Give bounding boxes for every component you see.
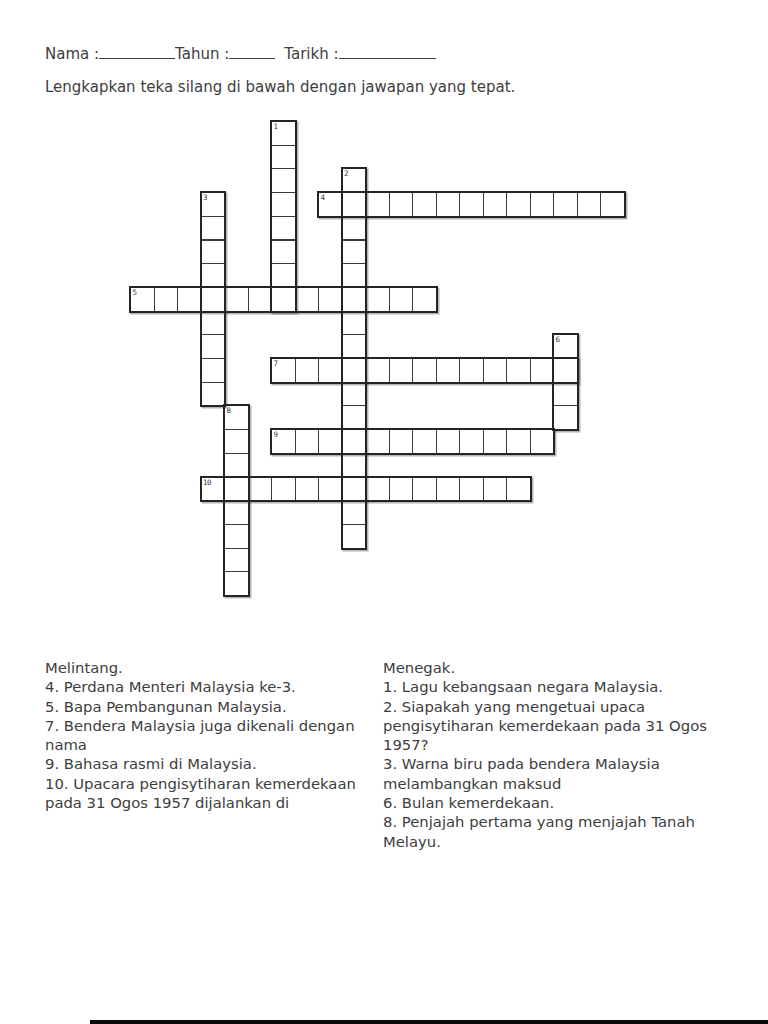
grid-cell[interactable] [342, 311, 367, 336]
clue-across-10: 10. Upacara pengisytiharan kemerdekaan p… [45, 774, 397, 813]
grid-cell[interactable] [271, 287, 296, 312]
grid-cell[interactable] [389, 192, 414, 217]
grid-cell[interactable] [530, 192, 555, 217]
grid-cell[interactable] [342, 477, 367, 502]
clue-number-label: 6 [556, 336, 560, 344]
grid-cell[interactable] [459, 192, 484, 217]
grid-cell[interactable] [271, 168, 296, 193]
grid-cell[interactable] [342, 405, 367, 430]
grid-cell[interactable] [342, 263, 367, 288]
grid-cell[interactable] [248, 477, 273, 502]
grid-cell[interactable] [154, 287, 179, 312]
grid-cell[interactable] [459, 429, 484, 454]
grid-cell[interactable] [342, 334, 367, 359]
grid-cell[interactable] [295, 358, 320, 383]
grid-cell[interactable] [436, 358, 461, 383]
clue-down-8: 8. Penjajah pertama yang menjajah Tanah … [383, 812, 731, 851]
grid-cell[interactable] [271, 263, 296, 288]
grid-cell[interactable] [177, 287, 202, 312]
grid-cell[interactable] [342, 524, 367, 549]
grid-cell[interactable] [553, 358, 578, 383]
grid-cell[interactable] [295, 287, 320, 312]
grid-cell[interactable] [224, 548, 249, 573]
grid-cell[interactable] [224, 429, 249, 454]
grid-cell[interactable] [342, 287, 367, 312]
grid-cell[interactable] [600, 192, 625, 217]
grid-cell[interactable] [436, 429, 461, 454]
grid-cell[interactable] [248, 287, 273, 312]
grid-cell[interactable] [506, 358, 531, 383]
clue-number-label: 5 [133, 289, 137, 297]
clue-number-label: 9 [274, 431, 278, 439]
grid-cell[interactable] [271, 477, 296, 502]
grid-cell[interactable] [553, 192, 578, 217]
clue-down-6: 6. Bulan kemerdekaan. [383, 793, 731, 812]
grid-cell[interactable] [201, 382, 226, 407]
page-bottom-artifact [90, 1020, 768, 1024]
grid-cell[interactable] [201, 287, 226, 312]
grid-cell[interactable] [412, 192, 437, 217]
grid-cell[interactable] [530, 429, 555, 454]
clue-number-label: 4 [321, 194, 325, 202]
grid-cell[interactable] [224, 524, 249, 549]
clue-down-3: 3. Warna biru pada bendera Malaysia mela… [383, 754, 731, 793]
down-clues: Menegak. 1. Lagu kebangsaan negara Malay… [383, 658, 731, 851]
grid-cell[interactable] [318, 477, 343, 502]
grid-cell[interactable] [224, 571, 249, 596]
grid-cell[interactable] [365, 477, 390, 502]
grid-cell[interactable] [365, 358, 390, 383]
clue-number-label: 10 [203, 479, 211, 487]
grid-cell[interactable] [224, 287, 249, 312]
grid-cell[interactable] [224, 477, 249, 502]
grid-cell[interactable] [483, 477, 508, 502]
down-heading: Menegak. [383, 658, 731, 677]
clue-across-4: 4. Perdana Menteri Malaysia ke-3. [45, 677, 397, 696]
grid-cell[interactable] [318, 287, 343, 312]
grid-cell[interactable] [436, 192, 461, 217]
grid-cell[interactable] [295, 429, 320, 454]
grid-cell[interactable] [412, 477, 437, 502]
grid-cell[interactable] [483, 429, 508, 454]
grid-cell[interactable] [412, 287, 437, 312]
grid-cell[interactable] [553, 405, 578, 430]
grid-cell[interactable] [201, 334, 226, 359]
worksheet-page: Nama :Tahun :Tarikh : Lengkapkan teka si… [0, 0, 768, 1024]
grid-cell[interactable] [342, 358, 367, 383]
grid-cell[interactable] [530, 358, 555, 383]
grid-cell[interactable] [412, 429, 437, 454]
grid-cell[interactable] [365, 192, 390, 217]
grid-cell[interactable] [577, 192, 602, 217]
clue-number-label: 2 [344, 170, 348, 178]
crossword-grid: 12345678910 [130, 121, 626, 597]
grid-cell[interactable] [271, 145, 296, 170]
clue-number-label: 8 [227, 407, 231, 415]
grid-cell[interactable] [271, 192, 296, 217]
grid-cell[interactable] [365, 429, 390, 454]
grid-cell[interactable] [365, 287, 390, 312]
clue-number-label: 7 [274, 360, 278, 368]
grid-cell[interactable] [459, 477, 484, 502]
grid-cell[interactable] [342, 192, 367, 217]
clue-down-1: 1. Lagu kebangsaan negara Malaysia. [383, 677, 731, 696]
grid-cell[interactable] [436, 477, 461, 502]
grid-cell[interactable] [201, 311, 226, 336]
grid-cell[interactable] [459, 358, 484, 383]
grid-cell[interactable] [224, 500, 249, 525]
grid-cell[interactable] [553, 382, 578, 407]
clue-across-5: 5. Bapa Pembangunan Malaysia. [45, 697, 397, 716]
grid-cell[interactable] [342, 500, 367, 525]
grid-cell[interactable] [412, 358, 437, 383]
clue-down-2: 2. Siapakah yang mengetuai upaca pengisy… [383, 697, 731, 755]
name-label: Nama : [45, 45, 99, 63]
grid-cell[interactable] [201, 358, 226, 383]
grid-cell[interactable] [389, 287, 414, 312]
clue-number-label: 1 [274, 123, 278, 131]
grid-cell[interactable] [483, 192, 508, 217]
year-label: Tahun : [175, 45, 229, 63]
grid-cell[interactable] [342, 453, 367, 478]
grid-cell[interactable] [506, 429, 531, 454]
grid-cell[interactable] [483, 358, 508, 383]
grid-cell[interactable] [318, 358, 343, 383]
name-blank-line [99, 45, 175, 59]
grid-cell[interactable] [201, 263, 226, 288]
grid-cell[interactable] [295, 477, 320, 502]
grid-cell[interactable] [201, 216, 226, 241]
grid-cell[interactable] [224, 453, 249, 478]
grid-cell[interactable] [201, 240, 226, 265]
grid-cell[interactable] [342, 240, 367, 265]
grid-cell[interactable] [506, 192, 531, 217]
grid-cell[interactable] [389, 429, 414, 454]
clue-across-7: 7. Bendera Malaysia juga dikenali dengan… [45, 716, 397, 755]
grid-cell[interactable] [342, 382, 367, 407]
grid-cell[interactable] [506, 477, 531, 502]
clue-number-label: 3 [203, 194, 207, 202]
grid-cell[interactable] [318, 429, 343, 454]
grid-cell[interactable] [342, 429, 367, 454]
date-blank-line [339, 45, 436, 59]
instruction-text: Lengkapkan teka silang di bawah dengan j… [45, 78, 515, 96]
grid-cell[interactable] [342, 216, 367, 241]
grid-cell[interactable] [389, 358, 414, 383]
year-blank-line [229, 45, 275, 59]
grid-cell[interactable] [271, 240, 296, 265]
across-heading: Melintang. [45, 658, 397, 677]
grid-cell[interactable] [271, 216, 296, 241]
header-fields: Nama :Tahun :Tarikh : [45, 45, 436, 63]
across-clues: Melintang. 4. Perdana Menteri Malaysia k… [45, 658, 397, 812]
date-label: Tarikh : [284, 45, 338, 63]
clue-across-9: 9. Bahasa rasmi di Malaysia. [45, 754, 397, 773]
grid-cell[interactable] [389, 477, 414, 502]
